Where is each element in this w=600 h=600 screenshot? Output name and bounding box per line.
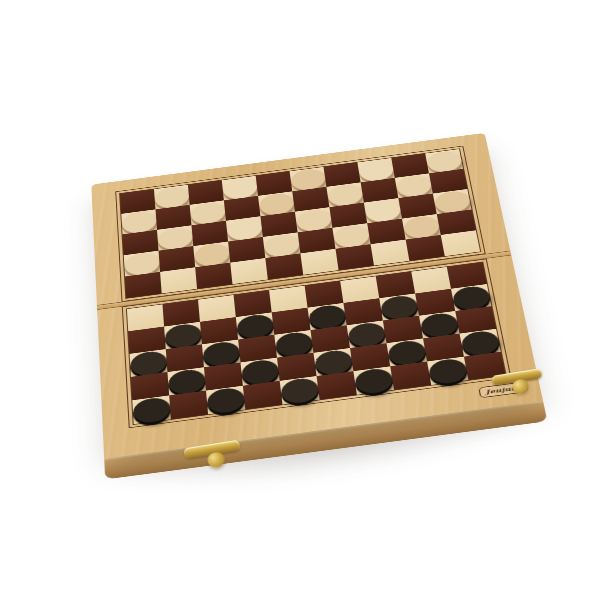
square-r5c5[interactable] — [265, 253, 303, 279]
dark-man[interactable]: ● — [127, 347, 170, 375]
light-man[interactable]: ● — [152, 183, 192, 208]
square-r5c6[interactable] — [300, 249, 338, 275]
checkers-board: ●●●●●●●●●●●●●●●●●●●● ●●●●●●●●●●●●●●●●●●●… — [91, 133, 547, 480]
dark-man[interactable]: ● — [203, 383, 247, 412]
dark-man[interactable]: ● — [277, 374, 322, 403]
light-man[interactable]: ● — [119, 207, 159, 233]
dark-man[interactable]: ● — [351, 364, 397, 393]
square-r10c3[interactable]: ● — [206, 386, 245, 415]
light-man[interactable]: ● — [121, 249, 162, 275]
square-r10c9[interactable]: ● — [427, 357, 468, 385]
square-r10c2[interactable] — [169, 391, 208, 420]
square-r5c10[interactable] — [441, 230, 480, 256]
square-r5c7[interactable] — [335, 244, 374, 270]
square-r5c1[interactable] — [125, 272, 162, 298]
dark-man[interactable]: ● — [130, 393, 174, 422]
square-r5c2[interactable] — [160, 267, 197, 293]
light-man[interactable]: ● — [191, 239, 233, 265]
square-r10c7[interactable]: ● — [353, 366, 394, 394]
square-r5c8[interactable] — [371, 240, 410, 266]
square-r5c4[interactable] — [230, 258, 268, 284]
square-r10c1[interactable]: ● — [132, 395, 171, 424]
square-r5c3[interactable] — [195, 263, 232, 289]
light-man[interactable]: ● — [330, 221, 373, 247]
board-top-face: ●●●●●●●●●●●●●●●●●●●● ●●●●●●●●●●●●●●●●●●●… — [91, 133, 543, 459]
product-photo-scene: ●●●●●●●●●●●●●●●●●●●● ●●●●●●●●●●●●●●●●●●●… — [0, 0, 600, 600]
square-r10c5[interactable]: ● — [280, 376, 320, 405]
square-r10c4[interactable] — [243, 381, 283, 410]
light-man[interactable]: ● — [260, 230, 302, 256]
square-r5c9[interactable] — [406, 235, 445, 261]
